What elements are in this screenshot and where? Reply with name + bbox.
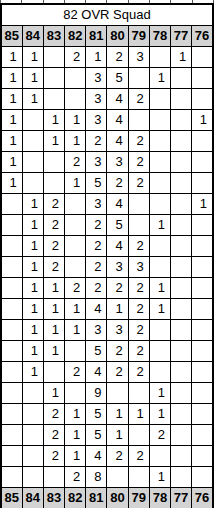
grid-cell (171, 215, 192, 236)
grid-cell: 1 (43, 341, 64, 362)
grid-cell (171, 404, 192, 425)
grid-cell: 3 (107, 152, 128, 173)
grid-cell (149, 362, 170, 383)
grid-cell: 2 (43, 215, 64, 236)
grid-cell: 1 (1, 68, 22, 89)
grid-cell (1, 320, 22, 341)
table-row: 12242 (1, 236, 213, 257)
grid-cell (192, 404, 213, 425)
grid-cell: 2 (43, 257, 64, 278)
grid-cell (171, 173, 192, 194)
grid-cell (107, 467, 128, 488)
grid-cell: 3 (86, 68, 107, 89)
grid-cell: 5 (107, 215, 128, 236)
rating-header-cell: 76 (192, 488, 213, 508)
grid-cell: 3 (86, 110, 107, 131)
grid-cell (171, 467, 192, 488)
grid-cell (65, 194, 86, 215)
grid-cell (128, 383, 149, 404)
grid-cell (65, 89, 86, 110)
table-row: 21512 (1, 425, 213, 446)
grid-cell: 2 (86, 131, 107, 152)
grid-cell (171, 362, 192, 383)
grid-cell: 1 (65, 425, 86, 446)
grid-cell: 1 (22, 299, 43, 320)
grid-cell (43, 68, 64, 89)
grid-cell: 2 (128, 278, 149, 299)
grid-cell: 2 (128, 341, 149, 362)
grid-cell: 4 (86, 299, 107, 320)
squad-combinations-sheet: 82 OVR Squad 858483828180797877761121231… (0, 0, 214, 508)
grid-cell: 1 (192, 110, 213, 131)
grid-cell: 1 (43, 278, 64, 299)
grid-cell: 1 (149, 68, 170, 89)
grid-cell (149, 89, 170, 110)
grid-cell (128, 110, 149, 131)
table-row: 281 (1, 467, 213, 488)
grid-cell: 3 (86, 194, 107, 215)
grid-cell: 2 (43, 446, 64, 467)
grid-cell: 1 (22, 278, 43, 299)
grid-cell: 4 (107, 194, 128, 215)
grid-cell: 1 (149, 215, 170, 236)
grid-cell (1, 257, 22, 278)
grid-cell: 2 (65, 362, 86, 383)
grid-cell: 1 (65, 320, 86, 341)
grid-cell (1, 278, 22, 299)
grid-cell: 1 (43, 383, 64, 404)
grid-cell: 1 (65, 110, 86, 131)
grid-cell (1, 404, 22, 425)
grid-cell: 1 (171, 47, 192, 68)
grid-cell (192, 278, 213, 299)
grid-cell: 1 (43, 131, 64, 152)
rating-header-cell: 83 (43, 26, 64, 47)
grid-cell (149, 341, 170, 362)
grid-cell (192, 89, 213, 110)
grid-cell: 5 (107, 68, 128, 89)
grid-cell (22, 467, 43, 488)
grid-cell: 1 (107, 425, 128, 446)
squad-combinations-table: 82 OVR Squad 858483828180797877761121231… (0, 3, 214, 508)
table-row: 1121231 (1, 47, 213, 68)
grid-cell: 1 (107, 404, 128, 425)
grid-cell: 1 (149, 299, 170, 320)
rating-header-cell: 80 (107, 488, 128, 508)
grid-cell (149, 320, 170, 341)
grid-cell: 1 (65, 173, 86, 194)
grid-cell: 1 (65, 131, 86, 152)
grid-cell: 1 (149, 404, 170, 425)
grid-cell (22, 383, 43, 404)
table-row: 1114121 (1, 299, 213, 320)
table-row: 1122221 (1, 278, 213, 299)
grid-cell: 3 (107, 257, 128, 278)
grid-cell (128, 68, 149, 89)
rating-header-cell: 81 (86, 26, 107, 47)
grid-cell (171, 257, 192, 278)
grid-cell (171, 425, 192, 446)
grid-cell: 3 (128, 257, 149, 278)
grid-cell: 2 (107, 278, 128, 299)
grid-cell (128, 194, 149, 215)
rating-header-cell: 83 (43, 488, 64, 508)
grid-cell (43, 89, 64, 110)
grid-cell: 1 (1, 173, 22, 194)
grid-cell: 2 (107, 341, 128, 362)
grid-cell: 2 (86, 236, 107, 257)
grid-cell: 2 (128, 152, 149, 173)
grid-cell: 1 (1, 152, 22, 173)
grid-cell: 2 (86, 215, 107, 236)
grid-cell (149, 173, 170, 194)
rating-footer-row: 85848382818079787776 (1, 488, 213, 508)
rating-header-cell: 77 (171, 26, 192, 47)
grid-cell: 1 (22, 362, 43, 383)
grid-cell (128, 215, 149, 236)
rating-header-cell: 82 (65, 488, 86, 508)
grid-cell (192, 68, 213, 89)
grid-cell: 2 (128, 446, 149, 467)
grid-cell: 2 (128, 131, 149, 152)
grid-cell (192, 467, 213, 488)
grid-cell: 5 (86, 173, 107, 194)
grid-cell (192, 152, 213, 173)
grid-cell (22, 425, 43, 446)
grid-cell (149, 110, 170, 131)
grid-cell: 4 (107, 110, 128, 131)
grid-cell (65, 341, 86, 362)
grid-cell: 1 (22, 236, 43, 257)
grid-cell (1, 341, 22, 362)
rating-header-cell: 79 (128, 488, 149, 508)
grid-cell (171, 152, 192, 173)
grid-cell (171, 89, 192, 110)
table-row: 111332 (1, 320, 213, 341)
table-row: 11351 (1, 68, 213, 89)
grid-cell (171, 320, 192, 341)
table-row: 21422 (1, 446, 213, 467)
grid-cell (1, 467, 22, 488)
grid-cell: 1 (43, 299, 64, 320)
grid-cell: 2 (43, 236, 64, 257)
grid-cell: 2 (107, 173, 128, 194)
grid-cell (192, 47, 213, 68)
grid-cell (171, 68, 192, 89)
grid-cell: 9 (86, 383, 107, 404)
grid-cell (171, 131, 192, 152)
grid-cell: 1 (43, 110, 64, 131)
grid-cell (22, 173, 43, 194)
grid-cell: 1 (65, 404, 86, 425)
grid-cell: 2 (128, 236, 149, 257)
grid-cell (22, 152, 43, 173)
grid-cell: 1 (22, 215, 43, 236)
table-row: 12251 (1, 215, 213, 236)
rating-header-cell: 78 (149, 26, 170, 47)
grid-cell: 2 (65, 47, 86, 68)
table-row: 11522 (1, 173, 213, 194)
grid-cell: 4 (107, 89, 128, 110)
grid-cell: 4 (86, 446, 107, 467)
grid-cell: 2 (65, 278, 86, 299)
table-row: 12233 (1, 257, 213, 278)
grid-cell: 1 (149, 383, 170, 404)
grid-cell: 2 (128, 362, 149, 383)
grid-cell (107, 383, 128, 404)
grid-cell: 2 (86, 257, 107, 278)
grid-cell (192, 341, 213, 362)
table-row: 12341 (1, 194, 213, 215)
rating-header-cell: 81 (86, 488, 107, 508)
grid-cell (192, 173, 213, 194)
grid-cell (171, 278, 192, 299)
rating-header-cell: 85 (1, 26, 22, 47)
table-row: 111341 (1, 110, 213, 131)
grid-cell: 1 (22, 341, 43, 362)
rating-header-cell: 78 (149, 488, 170, 508)
grid-cell (171, 299, 192, 320)
grid-cell: 3 (128, 47, 149, 68)
grid-cell (65, 383, 86, 404)
table-row: 215111 (1, 404, 213, 425)
rating-header-row: 85848382818079787776 (1, 26, 213, 47)
grid-cell (1, 236, 22, 257)
grid-cell: 2 (107, 446, 128, 467)
rating-header-cell: 79 (128, 26, 149, 47)
grid-cell: 1 (22, 47, 43, 68)
grid-cell: 1 (149, 467, 170, 488)
grid-cell (149, 257, 170, 278)
grid-cell (22, 446, 43, 467)
grid-cell (192, 362, 213, 383)
grid-cell (192, 425, 213, 446)
grid-cell: 2 (128, 173, 149, 194)
grid-cell: 1 (43, 320, 64, 341)
grid-cell (171, 194, 192, 215)
grid-cell: 4 (86, 362, 107, 383)
grid-cell: 8 (86, 467, 107, 488)
grid-cell (65, 215, 86, 236)
grid-cell: 4 (107, 236, 128, 257)
grid-cell: 1 (192, 194, 213, 215)
grid-cell (43, 47, 64, 68)
grid-cell (1, 446, 22, 467)
grid-cell (65, 257, 86, 278)
grid-cell (1, 194, 22, 215)
grid-cell (192, 236, 213, 257)
grid-cell: 3 (107, 320, 128, 341)
grid-cell (149, 194, 170, 215)
grid-cell (128, 425, 149, 446)
grid-cell (43, 362, 64, 383)
grid-cell (1, 383, 22, 404)
grid-cell: 2 (65, 152, 86, 173)
table-title: 82 OVR Squad (1, 4, 213, 26)
table-row: 12422 (1, 362, 213, 383)
rating-header-cell: 82 (65, 26, 86, 47)
grid-cell: 1 (65, 299, 86, 320)
table-row: 12332 (1, 152, 213, 173)
grid-cell (128, 467, 149, 488)
grid-cell: 1 (22, 257, 43, 278)
grid-cell: 3 (86, 152, 107, 173)
grid-cell (65, 68, 86, 89)
grid-cell (171, 446, 192, 467)
grid-cell (65, 236, 86, 257)
grid-cell (171, 341, 192, 362)
grid-cell: 1 (22, 68, 43, 89)
grid-cell (22, 131, 43, 152)
grid-cell (43, 173, 64, 194)
grid-cell: 2 (128, 299, 149, 320)
grid-cell: 4 (107, 131, 128, 152)
grid-cell (43, 467, 64, 488)
grid-cell (1, 362, 22, 383)
grid-cell: 1 (65, 446, 86, 467)
grid-cell: 2 (128, 320, 149, 341)
title-row: 82 OVR Squad (1, 4, 213, 26)
grid-cell (1, 425, 22, 446)
grid-cell: 1 (1, 47, 22, 68)
grid-cell (171, 110, 192, 131)
grid-cell: 1 (107, 299, 128, 320)
grid-cell: 2 (43, 404, 64, 425)
grid-cell: 2 (65, 467, 86, 488)
grid-cell: 5 (86, 425, 107, 446)
rating-header-cell: 85 (1, 488, 22, 508)
rating-header-cell: 80 (107, 26, 128, 47)
grid-cell (192, 215, 213, 236)
grid-cell: 3 (86, 320, 107, 341)
grid-cell: 2 (107, 362, 128, 383)
rating-header-cell: 76 (192, 26, 213, 47)
grid-cell (192, 446, 213, 467)
grid-cell (22, 404, 43, 425)
grid-cell (149, 152, 170, 173)
grid-cell (192, 131, 213, 152)
grid-cell: 2 (43, 425, 64, 446)
grid-cell: 2 (107, 47, 128, 68)
grid-cell: 5 (86, 341, 107, 362)
grid-cell (149, 236, 170, 257)
grid-cell: 1 (86, 47, 107, 68)
table-row: 11522 (1, 341, 213, 362)
grid-cell (171, 236, 192, 257)
grid-cell: 2 (43, 194, 64, 215)
grid-cell: 1 (1, 110, 22, 131)
grid-cell: 2 (149, 425, 170, 446)
table-row: 11342 (1, 89, 213, 110)
grid-cell: 1 (128, 404, 149, 425)
grid-cell (43, 152, 64, 173)
grid-cell (192, 257, 213, 278)
grid-cell: 1 (22, 320, 43, 341)
grid-cell: 1 (1, 89, 22, 110)
grid-cell (149, 131, 170, 152)
grid-cell (149, 446, 170, 467)
grid-cell (192, 383, 213, 404)
grid-cell: 2 (86, 278, 107, 299)
grid-cell (1, 215, 22, 236)
grid-cell (192, 299, 213, 320)
grid-cell (171, 383, 192, 404)
rating-header-cell: 77 (171, 488, 192, 508)
grid-cell: 5 (86, 404, 107, 425)
rating-header-cell: 84 (22, 26, 43, 47)
grid-cell: 1 (22, 89, 43, 110)
grid-cell: 1 (1, 131, 22, 152)
grid-cell (1, 299, 22, 320)
grid-cell: 1 (149, 278, 170, 299)
rating-header-cell: 84 (22, 488, 43, 508)
grid-cell: 2 (128, 89, 149, 110)
table-row: 191 (1, 383, 213, 404)
grid-cell: 1 (22, 194, 43, 215)
grid-cell (149, 47, 170, 68)
grid-cell (22, 110, 43, 131)
grid-cell: 3 (86, 89, 107, 110)
table-row: 111242 (1, 131, 213, 152)
grid-cell (192, 320, 213, 341)
